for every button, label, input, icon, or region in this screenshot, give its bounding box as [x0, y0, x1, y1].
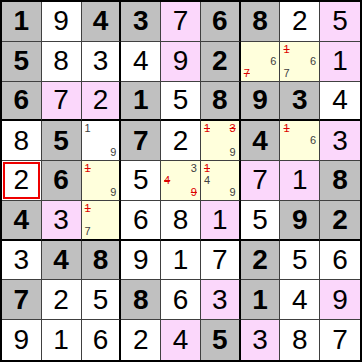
pencil-mark-eliminated: 4 [164, 175, 175, 187]
given-digit: 5 [212, 326, 228, 354]
pencil-mark: 7 [283, 67, 294, 79]
given-digit: 6 [53, 166, 69, 194]
solved-digit: 1 [53, 326, 69, 354]
cell-r7c5[interactable]: 1 [161, 241, 201, 281]
cell-r7c6[interactable]: 7 [201, 241, 241, 281]
given-digit: 5 [53, 127, 69, 155]
given-digit: 2 [332, 206, 348, 234]
pencil-mark: 4 [204, 175, 215, 187]
cell-r2c2[interactable]: 8 [42, 42, 82, 82]
solved-digit: 8 [14, 127, 30, 155]
cell-r2c6[interactable]: 2 [201, 42, 241, 82]
solved-digit: 2 [133, 326, 149, 354]
solved-digit: 2 [14, 166, 30, 194]
given-digit: 6 [212, 7, 228, 35]
cell-r7c7[interactable]: 2 [241, 241, 281, 281]
cell-r6c9[interactable]: 2 [320, 201, 360, 241]
solved-digit: 5 [332, 7, 348, 35]
cell-r5c4[interactable]: 5 [121, 161, 161, 201]
cell-r5c1[interactable]: 2 [2, 161, 42, 201]
cell-r3c9[interactable]: 4 [320, 82, 360, 122]
solved-digit: 3 [14, 246, 30, 274]
cell-r4c6[interactable]: 139 [201, 121, 241, 161]
sudoku-board: 1943768255834926716716721589348519721394… [0, 0, 362, 362]
solved-digit: 4 [173, 326, 189, 354]
solved-digit: 3 [93, 47, 109, 75]
pencil-mark-eliminated: 1 [283, 44, 294, 56]
solved-digit: 1 [173, 246, 189, 274]
given-digit: 8 [212, 86, 228, 114]
solved-digit: 9 [173, 47, 189, 75]
cell-r2c3[interactable]: 3 [82, 42, 122, 82]
solved-digit: 7 [212, 246, 228, 274]
cell-r3c2[interactable]: 7 [42, 82, 82, 122]
cell-r2c5[interactable]: 9 [161, 42, 201, 82]
cell-r5c9[interactable]: 8 [320, 161, 360, 201]
solved-digit: 2 [93, 86, 109, 114]
solved-digit: 7 [173, 7, 189, 35]
cell-r3c6[interactable]: 8 [201, 82, 241, 122]
cell-r3c5[interactable]: 5 [161, 82, 201, 122]
cell-r9c7[interactable]: 3 [241, 320, 281, 360]
solved-digit: 6 [173, 286, 189, 314]
cell-r7c3[interactable]: 8 [82, 241, 122, 281]
cell-r7c9[interactable]: 6 [320, 241, 360, 281]
cell-r8c8[interactable]: 4 [280, 280, 320, 320]
pencil-marks: 19 [82, 121, 120, 160]
cell-r1c6[interactable]: 6 [201, 2, 241, 42]
solved-digit: 9 [14, 326, 30, 354]
given-digit: 6 [14, 86, 30, 114]
solved-digit: 3 [252, 326, 268, 354]
cell-r4c1[interactable]: 8 [2, 121, 42, 161]
given-digit: 8 [332, 166, 348, 194]
given-digit: 4 [93, 7, 109, 35]
cell-r1c2[interactable]: 9 [42, 2, 82, 42]
cell-r3c4[interactable]: 1 [121, 82, 161, 122]
cell-r8c5[interactable]: 6 [161, 280, 201, 320]
given-digit: 8 [133, 286, 149, 314]
pencil-mark-eliminated: 3 [225, 123, 236, 135]
given-digit: 2 [212, 47, 228, 75]
cell-r4c5[interactable]: 2 [161, 121, 201, 161]
pencil-mark: 9 [106, 186, 117, 198]
given-digit: 4 [14, 206, 30, 234]
pencil-marks: 167 [280, 42, 319, 81]
solved-digit: 5 [133, 166, 149, 194]
solved-digit: 7 [332, 326, 348, 354]
solved-digit: 5 [173, 86, 189, 114]
solved-digit: 1 [332, 47, 348, 75]
pencil-mark: 3 [186, 163, 197, 175]
solved-digit: 6 [93, 326, 109, 354]
cell-r8c9[interactable]: 9 [320, 280, 360, 320]
cell-r7c2[interactable]: 4 [42, 241, 82, 281]
cell-r5c5[interactable]: 349 [161, 161, 201, 201]
cell-r4c4[interactable]: 7 [121, 121, 161, 161]
cell-r1c4[interactable]: 3 [121, 2, 161, 42]
solved-digit: 6 [332, 246, 348, 274]
solved-digit: 3 [332, 127, 348, 155]
given-digit: 2 [252, 246, 268, 274]
solved-digit: 2 [53, 286, 69, 314]
solved-digit: 6 [133, 206, 149, 234]
given-digit: 9 [252, 86, 268, 114]
solved-digit: 4 [332, 86, 348, 114]
pencil-mark: 6 [305, 55, 316, 67]
cell-r9c8[interactable]: 8 [280, 320, 320, 360]
cell-r5c6[interactable]: 149 [201, 161, 241, 201]
given-digit: 9 [292, 206, 308, 234]
cell-r4c8[interactable]: 16 [280, 121, 320, 161]
cell-r7c1[interactable]: 3 [2, 241, 42, 281]
given-digit: 1 [14, 7, 30, 35]
pencil-mark: 9 [225, 147, 236, 159]
cell-r3c8[interactable]: 3 [280, 82, 320, 122]
pencil-marks: 349 [161, 161, 200, 200]
solved-digit: 4 [292, 286, 308, 314]
given-digit: 3 [292, 86, 308, 114]
cell-r6c5[interactable]: 8 [161, 201, 201, 241]
solved-digit: 5 [252, 206, 268, 234]
solved-digit: 3 [212, 286, 228, 314]
cell-r6c2[interactable]: 3 [42, 201, 82, 241]
cell-r6c6[interactable]: 1 [201, 201, 241, 241]
cell-r6c1[interactable]: 4 [2, 201, 42, 241]
solved-digit: 4 [133, 47, 149, 75]
cell-r4c7[interactable]: 4 [241, 121, 281, 161]
given-digit: 8 [252, 7, 268, 35]
pencil-mark-eliminated: 9 [186, 186, 197, 198]
cell-r9c3[interactable]: 6 [82, 320, 122, 360]
given-digit: 4 [53, 246, 69, 274]
pencil-marks: 19 [82, 161, 120, 200]
cell-r9c1[interactable]: 9 [2, 320, 42, 360]
given-digit: 1 [133, 86, 149, 114]
cell-r8c2[interactable]: 2 [42, 280, 82, 320]
pencil-mark: 1 [85, 123, 96, 135]
cell-r5c2[interactable]: 6 [42, 161, 82, 201]
pencil-marks: 16 [280, 121, 319, 160]
given-digit: 5 [14, 47, 30, 75]
solved-digit: 9 [53, 7, 69, 35]
solved-digit: 7 [53, 86, 69, 114]
cell-r4c2[interactable]: 5 [42, 121, 82, 161]
cell-r7c8[interactable]: 5 [280, 241, 320, 281]
cell-r3c3[interactable]: 2 [82, 82, 122, 122]
pencil-mark: 9 [106, 147, 117, 159]
pencil-marks: 149 [201, 161, 239, 200]
cell-r9c4[interactable]: 2 [121, 320, 161, 360]
pencil-mark-eliminated: 1 [204, 123, 215, 135]
cell-r2c1[interactable]: 5 [2, 42, 42, 82]
given-digit: 4 [252, 127, 268, 155]
pencil-mark: 7 [85, 225, 96, 236]
solved-digit: 8 [53, 47, 69, 75]
pencil-mark: 9 [225, 186, 236, 198]
solved-digit: 7 [252, 166, 268, 194]
pencil-mark-eliminated: 1 [204, 163, 215, 175]
cell-r7c4[interactable]: 9 [121, 241, 161, 281]
cell-r6c3[interactable]: 17 [82, 201, 122, 241]
cell-r5c3[interactable]: 19 [82, 161, 122, 201]
pencil-mark-eliminated: 1 [283, 123, 294, 135]
pencil-marks: 17 [82, 201, 120, 239]
cell-r3c1[interactable]: 6 [2, 82, 42, 122]
solved-digit: 2 [292, 7, 308, 35]
cell-r5c8[interactable]: 1 [280, 161, 320, 201]
pencil-marks: 139 [201, 121, 239, 160]
pencil-marks: 67 [241, 42, 280, 81]
solved-digit: 2 [173, 127, 189, 155]
cell-r4c9[interactable]: 3 [320, 121, 360, 161]
given-digit: 3 [133, 7, 149, 35]
cell-r9c6[interactable]: 5 [201, 320, 241, 360]
solved-digit: 1 [212, 206, 228, 234]
cell-r1c5[interactable]: 7 [161, 2, 201, 42]
cell-r1c1[interactable]: 1 [2, 2, 42, 42]
pencil-mark: 6 [266, 55, 277, 67]
cell-r1c7[interactable]: 8 [241, 2, 281, 42]
solved-digit: 9 [332, 286, 348, 314]
cell-r5c7[interactable]: 7 [241, 161, 281, 201]
pencil-mark-eliminated: 7 [244, 67, 255, 79]
solved-digit: 5 [292, 246, 308, 274]
cell-r6c4[interactable]: 6 [121, 201, 161, 241]
given-digit: 8 [93, 246, 109, 274]
cell-r8c3[interactable]: 5 [82, 280, 122, 320]
pencil-mark-eliminated: 1 [85, 163, 96, 175]
cell-r1c9[interactable]: 5 [320, 2, 360, 42]
cell-r8c1[interactable]: 7 [2, 280, 42, 320]
cell-r3c7[interactable]: 9 [241, 82, 281, 122]
solved-digit: 8 [292, 326, 308, 354]
cell-r6c8[interactable]: 9 [280, 201, 320, 241]
solved-digit: 1 [292, 166, 308, 194]
cell-r9c2[interactable]: 1 [42, 320, 82, 360]
cell-r9c5[interactable]: 4 [161, 320, 201, 360]
solved-digit: 5 [93, 286, 109, 314]
cell-r2c4[interactable]: 4 [121, 42, 161, 82]
cell-r1c3[interactable]: 4 [82, 2, 122, 42]
cell-r8c4[interactable]: 8 [121, 280, 161, 320]
cell-r6c7[interactable]: 5 [241, 201, 281, 241]
solved-digit: 8 [173, 206, 189, 234]
pencil-mark: 6 [305, 135, 316, 147]
given-digit: 1 [252, 286, 268, 314]
cell-r2c8[interactable]: 167 [280, 42, 320, 82]
cell-r1c8[interactable]: 2 [280, 2, 320, 42]
solved-digit: 9 [133, 246, 149, 274]
cell-r8c7[interactable]: 1 [241, 280, 281, 320]
cell-r2c7[interactable]: 67 [241, 42, 281, 82]
cell-r9c9[interactable]: 7 [320, 320, 360, 360]
given-digit: 7 [14, 286, 30, 314]
given-digit: 7 [133, 127, 149, 155]
solved-digit: 3 [53, 206, 69, 234]
cell-r8c6[interactable]: 3 [201, 280, 241, 320]
pencil-mark-eliminated: 1 [85, 203, 96, 214]
cell-r4c3[interactable]: 19 [82, 121, 122, 161]
cell-r2c9[interactable]: 1 [320, 42, 360, 82]
